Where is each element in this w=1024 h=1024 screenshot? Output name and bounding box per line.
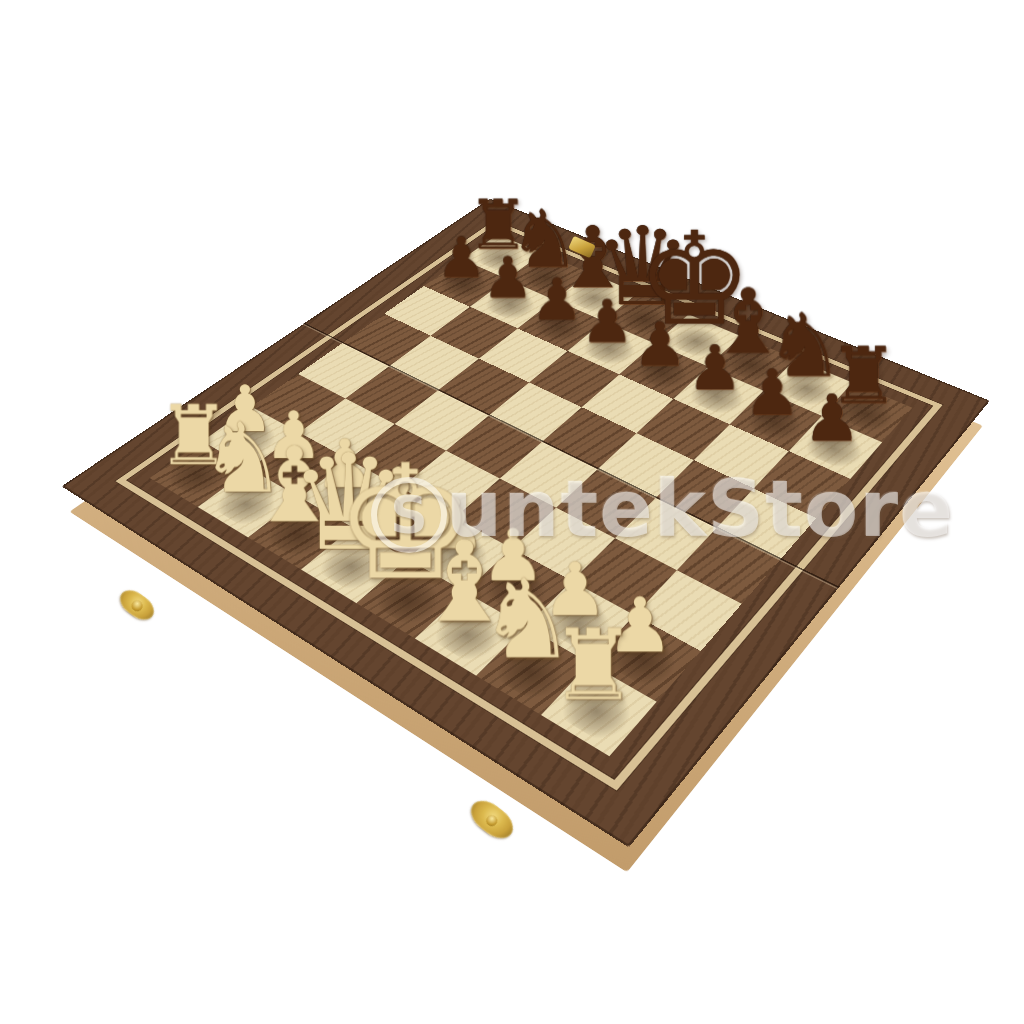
- clasp-knob-icon: [484, 812, 499, 827]
- board-grid: ♜♞♝♛♚♝♞♜♟♟♟♟♟♟♟♟♟♟♟♟♟♟♟♟♜♞♝♛♚♝♞♜: [150, 234, 913, 756]
- brass-clasp-front-left: [115, 585, 159, 625]
- board-surface: ♜♞♝♛♚♝♞♜♟♟♟♟♟♟♟♟♟♟♟♟♟♟♟♟♜♞♝♛♚♝♞♜: [62, 199, 990, 848]
- piece-white-rook-h1: ♜: [459, 617, 728, 715]
- product-photo-scene: ♜♞♝♛♚♝♞♜♟♟♟♟♟♟♟♟♟♟♟♟♟♟♟♟♜♞♝♛♚♝♞♜ S untek…: [0, 0, 1024, 1024]
- brass-clasp-front-right: [465, 794, 519, 845]
- piece-black-pawn-h7: ♟: [721, 386, 943, 450]
- clasp-knob-icon: [129, 598, 144, 613]
